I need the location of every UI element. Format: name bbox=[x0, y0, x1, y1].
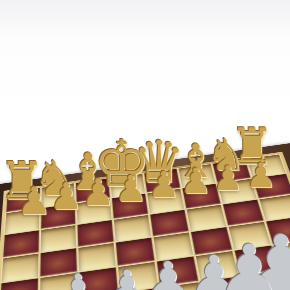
silver-pawn-b2[interactable]: ♟ bbox=[59, 269, 97, 290]
gold-pawn-a7[interactable]: ♟ bbox=[17, 182, 51, 220]
gold-pawn-g7[interactable]: ♟ bbox=[213, 161, 243, 195]
gold-pawn-h7[interactable]: ♟ bbox=[246, 158, 276, 192]
gold-pawn-d7[interactable]: ♟ bbox=[115, 171, 147, 207]
photo-backdrop: ♜♞♝♚♛♝♞♜♟♟♟♟♟♟♟♟♟♟♟♟♟♟ bbox=[0, 0, 290, 290]
silver-pawn-c2[interactable]: ♟ bbox=[106, 264, 147, 290]
silver-pawn-f2[interactable]: ♟ bbox=[215, 235, 283, 290]
silver-pawn-d2[interactable]: ♟ bbox=[145, 255, 192, 290]
gold-pawn-b7[interactable]: ♟ bbox=[49, 178, 82, 215]
gold-pawn-e7[interactable]: ♟ bbox=[148, 167, 180, 203]
gold-pawn-f7[interactable]: ♟ bbox=[180, 164, 211, 199]
gold-pawn-c7[interactable]: ♟ bbox=[81, 174, 114, 211]
